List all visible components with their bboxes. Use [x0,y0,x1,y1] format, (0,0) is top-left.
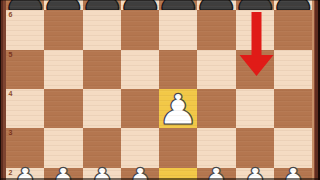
frame-edge-top [0,0,320,1]
square-d5[interactable] [121,50,159,89]
square-g4[interactable] [236,89,274,128]
rank-label-3: 3 [9,129,13,136]
square-b5[interactable] [44,50,82,89]
square-h5[interactable] [274,50,312,89]
square-e5[interactable] [159,50,197,89]
square-b4[interactable] [44,89,82,128]
board-frame-right [312,0,320,180]
square-d6[interactable] [121,10,159,49]
square-c4[interactable] [83,89,121,128]
square-d4[interactable] [121,89,159,128]
square-e3[interactable] [159,128,197,167]
board-frame-left [0,0,6,180]
square-h7[interactable]: ♟ [274,0,312,10]
square-f6[interactable] [197,10,235,49]
square-a6[interactable]: 6 [6,10,44,49]
square-c5[interactable] [83,50,121,89]
square-e6[interactable] [159,10,197,49]
frame-edge-bottom [0,178,320,180]
square-h6[interactable] [274,10,312,49]
square-c6[interactable] [83,10,121,49]
rank-label-5: 5 [9,51,13,58]
board: ♟♟♟♟♟♟♟♟654♟32♟♟♟♟♟♟♟ [6,0,312,180]
square-b6[interactable] [44,10,82,49]
chess-board-thumbnail: ♟♟♟♟♟♟♟♟654♟32♟♟♟♟♟♟♟ [0,0,320,180]
square-g5[interactable] [236,50,274,89]
square-f4[interactable] [197,89,235,128]
square-f5[interactable] [197,50,235,89]
white-pawn-e4[interactable]: ♟ [157,89,200,131]
square-g6[interactable] [236,10,274,49]
rank-label-6: 6 [9,11,13,18]
rank-label-4: 4 [9,90,13,97]
square-a5[interactable]: 5 [6,50,44,89]
square-e4[interactable]: ♟ [159,89,197,128]
square-a4[interactable]: 4 [6,89,44,128]
square-h4[interactable] [274,89,312,128]
